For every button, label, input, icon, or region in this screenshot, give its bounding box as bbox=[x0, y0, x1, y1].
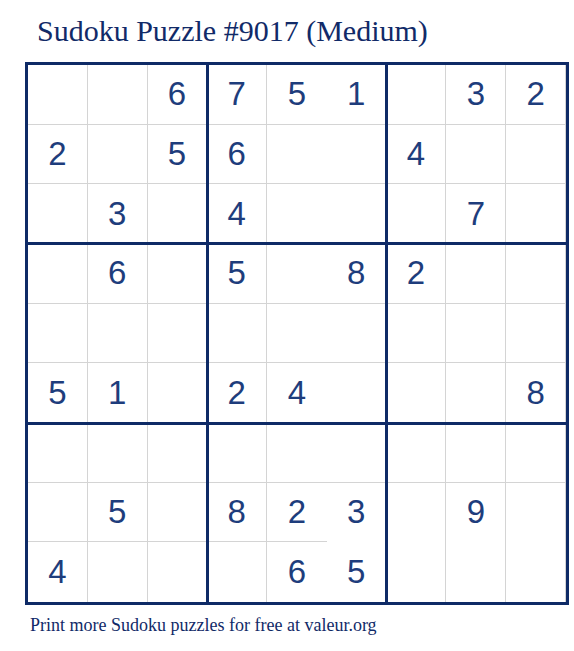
cell-r4c1 bbox=[28, 244, 88, 304]
cell-r2c9 bbox=[506, 125, 566, 185]
page-title: Sudoku Puzzle #9017 (Medium) bbox=[37, 14, 428, 48]
cell-r4c8 bbox=[446, 244, 506, 304]
cell-r9c1: 4 bbox=[28, 542, 88, 602]
cell-r4c6: 8 bbox=[327, 244, 387, 304]
cell-r5c7 bbox=[387, 304, 447, 364]
cell-r1c5: 5 bbox=[267, 65, 327, 125]
cell-r5c8 bbox=[446, 304, 506, 364]
cell-r1c7 bbox=[387, 65, 447, 125]
cell-r3c8: 7 bbox=[446, 184, 506, 244]
cell-r8c2: 5 bbox=[88, 483, 148, 543]
cell-r4c3 bbox=[148, 244, 208, 304]
footer-text: Print more Sudoku puzzles for free at va… bbox=[30, 615, 377, 636]
cell-r3c4: 4 bbox=[207, 184, 267, 244]
cell-r2c3: 5 bbox=[148, 125, 208, 185]
cell-r1c6: 1 bbox=[327, 65, 387, 125]
cell-r9c9 bbox=[506, 542, 566, 602]
cell-r3c9 bbox=[506, 184, 566, 244]
cell-r9c8 bbox=[446, 542, 506, 602]
cell-r7c8 bbox=[446, 423, 506, 483]
cell-r9c7 bbox=[387, 542, 447, 602]
cell-r9c4 bbox=[207, 542, 267, 602]
cell-r3c2: 3 bbox=[88, 184, 148, 244]
cell-r8c7 bbox=[387, 483, 447, 543]
cell-r8c8: 9 bbox=[446, 483, 506, 543]
cell-r7c5 bbox=[267, 423, 327, 483]
cell-r3c1 bbox=[28, 184, 88, 244]
cell-r3c7 bbox=[387, 184, 447, 244]
cell-r5c4 bbox=[207, 304, 267, 364]
cell-r2c7: 4 bbox=[387, 125, 447, 185]
cell-r6c3 bbox=[148, 363, 208, 423]
cell-r6c9: 8 bbox=[506, 363, 566, 423]
cell-r3c5 bbox=[267, 184, 327, 244]
cell-r7c9 bbox=[506, 423, 566, 483]
cell-r6c8 bbox=[446, 363, 506, 423]
cell-r6c1: 5 bbox=[28, 363, 88, 423]
cell-r4c9 bbox=[506, 244, 566, 304]
cell-r7c2 bbox=[88, 423, 148, 483]
cell-r1c4: 7 bbox=[207, 65, 267, 125]
cell-r6c2: 1 bbox=[88, 363, 148, 423]
sudoku-board: 675132256434765825124858239465 bbox=[25, 62, 569, 605]
cell-r8c1 bbox=[28, 483, 88, 543]
cell-r4c5 bbox=[267, 244, 327, 304]
cell-r3c6 bbox=[327, 184, 387, 244]
cell-r5c9 bbox=[506, 304, 566, 364]
cell-r6c6 bbox=[327, 363, 387, 423]
cell-r9c6: 5 bbox=[327, 542, 387, 602]
cell-r7c6 bbox=[327, 423, 387, 483]
cell-r1c8: 3 bbox=[446, 65, 506, 125]
cell-r8c3 bbox=[148, 483, 208, 543]
cell-r5c5 bbox=[267, 304, 327, 364]
cell-r2c4: 6 bbox=[207, 125, 267, 185]
cell-r2c8 bbox=[446, 125, 506, 185]
cell-r8c4: 8 bbox=[207, 483, 267, 543]
cell-r6c4: 2 bbox=[207, 363, 267, 423]
cell-r5c2 bbox=[88, 304, 148, 364]
cell-r7c3 bbox=[148, 423, 208, 483]
cell-r5c1 bbox=[28, 304, 88, 364]
cell-r1c3: 6 bbox=[148, 65, 208, 125]
cell-r9c5: 6 bbox=[267, 542, 327, 602]
cell-r1c9: 2 bbox=[506, 65, 566, 125]
cell-r1c1 bbox=[28, 65, 88, 125]
cell-r7c1 bbox=[28, 423, 88, 483]
cell-r4c2: 6 bbox=[88, 244, 148, 304]
cell-r4c4: 5 bbox=[207, 244, 267, 304]
cell-r4c7: 2 bbox=[387, 244, 447, 304]
cell-r8c5: 2 bbox=[267, 483, 327, 543]
cell-r5c3 bbox=[148, 304, 208, 364]
cell-r8c6: 3 bbox=[327, 483, 387, 543]
cell-r1c2 bbox=[88, 65, 148, 125]
cell-r7c4 bbox=[207, 423, 267, 483]
cell-r5c6 bbox=[327, 304, 387, 364]
cell-r3c3 bbox=[148, 184, 208, 244]
cell-r6c5: 4 bbox=[267, 363, 327, 423]
cell-r9c2 bbox=[88, 542, 148, 602]
cell-r8c9 bbox=[506, 483, 566, 543]
cell-r9c3 bbox=[148, 542, 208, 602]
cell-r2c5 bbox=[267, 125, 327, 185]
cell-r7c7 bbox=[387, 423, 447, 483]
cell-r6c7 bbox=[387, 363, 447, 423]
cell-r2c1: 2 bbox=[28, 125, 88, 185]
cell-r2c6 bbox=[327, 125, 387, 185]
cell-r2c2 bbox=[88, 125, 148, 185]
